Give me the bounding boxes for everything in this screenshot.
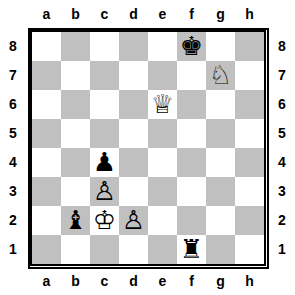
square-a3[interactable] <box>32 177 61 206</box>
file-label-e-bottom: e <box>148 271 177 291</box>
square-f3[interactable] <box>177 177 206 206</box>
square-g4[interactable] <box>206 148 235 177</box>
square-c7[interactable] <box>90 61 119 90</box>
square-c6[interactable] <box>90 90 119 119</box>
rank-label-5-right: 5 <box>270 119 294 148</box>
square-h8[interactable] <box>235 32 264 61</box>
square-e4[interactable] <box>148 148 177 177</box>
square-f4[interactable] <box>177 148 206 177</box>
piece-black-pawn: ♟ <box>93 148 116 177</box>
rank-label-4-right: 4 <box>270 148 294 177</box>
square-e2[interactable] <box>148 206 177 235</box>
rank-labels-left: 87654321 <box>1 32 25 264</box>
piece-white-king: ♔ <box>93 206 116 235</box>
square-g7[interactable]: ♘ <box>206 61 235 90</box>
square-g2[interactable] <box>206 206 235 235</box>
file-label-a-bottom: a <box>32 271 61 291</box>
piece-white-knight: ♘ <box>209 61 232 90</box>
piece-white-pawn: ♙ <box>122 206 145 235</box>
square-e6[interactable]: ♕ <box>148 90 177 119</box>
square-c8[interactable] <box>90 32 119 61</box>
square-b5[interactable] <box>61 119 90 148</box>
square-f5[interactable] <box>177 119 206 148</box>
square-e5[interactable] <box>148 119 177 148</box>
piece-black-rook: ♜ <box>180 235 203 264</box>
square-c4[interactable]: ♟ <box>90 148 119 177</box>
square-h2[interactable] <box>235 206 264 235</box>
square-b4[interactable] <box>61 148 90 177</box>
square-a6[interactable] <box>32 90 61 119</box>
square-a2[interactable] <box>32 206 61 235</box>
square-d8[interactable] <box>119 32 148 61</box>
rank-label-3-left: 3 <box>1 177 25 206</box>
square-g8[interactable] <box>206 32 235 61</box>
chess-board: ♚♘♕♟♙♝♔♙♜ <box>28 28 269 269</box>
rank-label-2-right: 2 <box>270 206 294 235</box>
square-a1[interactable] <box>32 235 61 264</box>
file-label-f-bottom: f <box>177 271 206 291</box>
file-label-b-top: b <box>61 4 90 24</box>
square-d4[interactable] <box>119 148 148 177</box>
file-labels-top: abcdefgh <box>32 4 264 24</box>
square-b7[interactable] <box>61 61 90 90</box>
file-label-h-bottom: h <box>235 271 264 291</box>
file-label-h-top: h <box>235 4 264 24</box>
square-a5[interactable] <box>32 119 61 148</box>
square-g3[interactable] <box>206 177 235 206</box>
rank-labels-right: 87654321 <box>270 32 294 264</box>
square-f8[interactable]: ♚ <box>177 32 206 61</box>
square-d7[interactable] <box>119 61 148 90</box>
square-h5[interactable] <box>235 119 264 148</box>
square-d3[interactable] <box>119 177 148 206</box>
rank-label-1-left: 1 <box>1 235 25 264</box>
file-label-b-bottom: b <box>61 271 90 291</box>
square-e7[interactable] <box>148 61 177 90</box>
square-a4[interactable] <box>32 148 61 177</box>
square-e8[interactable] <box>148 32 177 61</box>
square-b3[interactable] <box>61 177 90 206</box>
square-e3[interactable] <box>148 177 177 206</box>
piece-black-bishop: ♝ <box>64 206 87 235</box>
file-label-d-top: d <box>119 4 148 24</box>
square-h1[interactable] <box>235 235 264 264</box>
square-f2[interactable] <box>177 206 206 235</box>
square-c2[interactable]: ♔ <box>90 206 119 235</box>
square-d2[interactable]: ♙ <box>119 206 148 235</box>
piece-black-king: ♚ <box>180 32 203 61</box>
square-b2[interactable]: ♝ <box>61 206 90 235</box>
file-label-g-bottom: g <box>206 271 235 291</box>
square-g6[interactable] <box>206 90 235 119</box>
file-label-f-top: f <box>177 4 206 24</box>
file-label-c-bottom: c <box>90 271 119 291</box>
file-label-d-bottom: d <box>119 271 148 291</box>
square-g5[interactable] <box>206 119 235 148</box>
square-h7[interactable] <box>235 61 264 90</box>
rank-label-3-right: 3 <box>270 177 294 206</box>
rank-label-5-left: 5 <box>1 119 25 148</box>
square-g1[interactable] <box>206 235 235 264</box>
square-c1[interactable] <box>90 235 119 264</box>
rank-label-6-right: 6 <box>270 90 294 119</box>
square-c3[interactable]: ♙ <box>90 177 119 206</box>
square-h4[interactable] <box>235 148 264 177</box>
square-h3[interactable] <box>235 177 264 206</box>
rank-label-8-right: 8 <box>270 32 294 61</box>
piece-white-pawn: ♙ <box>93 177 116 206</box>
rank-label-4-left: 4 <box>1 148 25 177</box>
rank-label-2-left: 2 <box>1 206 25 235</box>
file-label-a-top: a <box>32 4 61 24</box>
square-h6[interactable] <box>235 90 264 119</box>
piece-white-queen: ♕ <box>151 90 174 119</box>
square-c5[interactable] <box>90 119 119 148</box>
square-b8[interactable] <box>61 32 90 61</box>
chess-diagram: abcdefgh 87654321 ♚♘♕♟♙♝♔♙♜ 87654321 abc… <box>0 0 295 295</box>
square-e1[interactable] <box>148 235 177 264</box>
square-f6[interactable] <box>177 90 206 119</box>
file-label-g-top: g <box>206 4 235 24</box>
square-f7[interactable] <box>177 61 206 90</box>
rank-label-7-left: 7 <box>1 61 25 90</box>
file-labels-bottom: abcdefgh <box>32 271 264 291</box>
rank-label-8-left: 8 <box>1 32 25 61</box>
square-a7[interactable] <box>32 61 61 90</box>
square-f1[interactable]: ♜ <box>177 235 206 264</box>
square-d5[interactable] <box>119 119 148 148</box>
rank-label-7-right: 7 <box>270 61 294 90</box>
file-label-c-top: c <box>90 4 119 24</box>
rank-label-1-right: 1 <box>270 235 294 264</box>
square-d1[interactable] <box>119 235 148 264</box>
square-b1[interactable] <box>61 235 90 264</box>
rank-label-6-left: 6 <box>1 90 25 119</box>
square-b6[interactable] <box>61 90 90 119</box>
square-a8[interactable] <box>32 32 61 61</box>
file-label-e-top: e <box>148 4 177 24</box>
square-d6[interactable] <box>119 90 148 119</box>
